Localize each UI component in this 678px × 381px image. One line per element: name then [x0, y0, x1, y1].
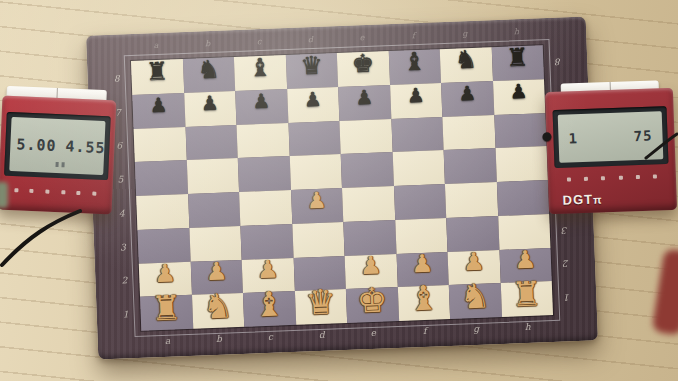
file-label-bottom-d: d [296, 329, 348, 341]
square-h2: ♟ [499, 248, 552, 284]
square-f5 [392, 150, 445, 186]
clock-left-black-time: 4.55 [65, 137, 106, 157]
square-g2: ♟ [448, 250, 501, 286]
square-g7: ♟ [441, 81, 494, 117]
board-coordinates: aabbccddeeffgghh1122334455667788 [86, 17, 586, 36]
square-g5 [444, 148, 497, 184]
file-label-top-h: h [490, 26, 542, 37]
square-a4 [136, 194, 189, 230]
square-a2: ♟ [139, 261, 192, 297]
square-g8: ♞ [440, 47, 493, 83]
square-a5 [135, 160, 188, 196]
square-h5 [495, 146, 548, 182]
rank-label-right-3: 3 [558, 225, 572, 236]
square-c5 [238, 156, 291, 192]
square-g4 [445, 182, 498, 218]
file-label-bottom-e: e [347, 327, 399, 339]
square-e8: ♚ [337, 51, 390, 87]
rank-label-left-4: 4 [115, 208, 129, 219]
red-object-right-edge [652, 248, 678, 336]
file-label-top-d: d [285, 34, 337, 45]
square-h8: ♜ [491, 45, 544, 81]
square-c8: ♝ [234, 55, 287, 91]
file-label-bottom-a: a [142, 335, 194, 347]
square-a6 [134, 126, 187, 162]
square-d4: ♟ [291, 188, 344, 224]
square-e4 [342, 186, 395, 222]
file-label-bottom-b: b [193, 333, 245, 345]
square-a1: ♜ [140, 295, 193, 331]
photo-scene: ♜♞♝♛♚♝♞♜♟♟♟♟♟♟♟♟♟♟♟♟♟♟♟♟♜♞♝♛♚♝♞♜ aabbccd… [0, 0, 678, 381]
square-b7: ♟ [184, 91, 237, 127]
square-e3 [343, 220, 396, 256]
clock-right-white-time: 1 [568, 130, 578, 146]
square-b3 [189, 226, 242, 262]
square-e2: ♟ [345, 253, 398, 289]
square-b4 [188, 192, 241, 228]
clock-lcd: 5.00 4.55 [4, 112, 111, 180]
piece-black-rook-h8: ♜ [491, 40, 544, 76]
rank-label-right-8: 8 [551, 56, 565, 67]
square-e6 [339, 119, 392, 155]
clock-lcd: 1 75 [553, 106, 669, 168]
dgt-brand-label: DGTπ [562, 191, 602, 207]
square-b8: ♞ [182, 57, 235, 93]
square-b6 [185, 125, 238, 161]
square-d6 [288, 121, 341, 157]
rank-label-right-1: 1 [560, 292, 574, 303]
piece-black-bishop-f8: ♝ [388, 44, 441, 80]
file-label-top-f: f [388, 30, 440, 41]
square-f6 [391, 117, 444, 153]
file-label-top-b: b [182, 38, 234, 49]
piece-black-knight-b8: ♞ [182, 52, 235, 88]
file-label-bottom-h: h [502, 321, 554, 333]
square-b1: ♞ [192, 293, 245, 329]
square-a7: ♟ [132, 93, 185, 129]
green-object-left-edge [0, 182, 8, 208]
rank-label-left-5: 5 [113, 174, 127, 185]
rank-label-right-2: 2 [559, 259, 573, 270]
square-d7: ♟ [287, 87, 340, 123]
square-f4 [393, 184, 446, 220]
square-c1: ♝ [243, 291, 296, 327]
piece-black-bishop-c8: ♝ [234, 50, 287, 86]
square-h7: ♟ [492, 79, 545, 115]
piece-black-queen-d8: ♛ [285, 48, 338, 84]
square-h1: ♜ [500, 281, 553, 317]
chess-board: ♜♞♝♛♚♝♞♜♟♟♟♟♟♟♟♟♟♟♟♟♟♟♟♟♜♞♝♛♚♝♞♜ aabbccd… [86, 17, 598, 360]
file-label-bottom-g: g [450, 323, 502, 335]
square-f2: ♟ [396, 251, 449, 287]
square-c6 [236, 123, 289, 159]
square-g3 [446, 216, 499, 252]
square-e5 [341, 152, 394, 188]
square-c4 [239, 190, 292, 226]
dgt-pi-logo: π [593, 193, 603, 205]
square-b5 [186, 158, 239, 194]
square-f1: ♝ [397, 285, 450, 321]
square-d1: ♛ [294, 289, 347, 325]
piece-black-knight-g8: ♞ [440, 42, 493, 78]
file-label-top-c: c [233, 36, 285, 47]
square-h6 [494, 113, 547, 149]
rank-label-left-2: 2 [117, 276, 131, 287]
dgt-clock-right: 1 75 DGTπ [545, 88, 677, 214]
square-f7: ♟ [390, 83, 443, 119]
square-e1: ♚ [346, 287, 399, 323]
square-b2: ♟ [190, 259, 243, 295]
piece-black-king-e8: ♚ [337, 46, 390, 82]
rank-label-left-8: 8 [109, 73, 123, 84]
file-label-bottom-c: c [244, 331, 296, 343]
square-f8: ♝ [388, 49, 441, 85]
square-d8: ♛ [285, 53, 338, 89]
rank-label-left-3: 3 [116, 242, 130, 253]
square-d2 [293, 255, 346, 291]
board-playing-area: ♜♞♝♛♚♝♞♜♟♟♟♟♟♟♟♟♟♟♟♟♟♟♟♟♜♞♝♛♚♝♞♜ [131, 45, 553, 331]
file-label-top-e: e [336, 32, 388, 43]
piece-black-rook-a8: ♜ [131, 54, 184, 90]
dgt-clock-left: 5.00 4.55 [0, 96, 116, 215]
file-label-top-g: g [439, 28, 491, 39]
square-d5 [289, 154, 342, 190]
file-label-bottom-f: f [399, 325, 451, 337]
square-a8: ♜ [131, 59, 184, 95]
file-label-top-a: a [130, 40, 182, 51]
square-g1: ♞ [449, 283, 502, 319]
square-e7: ♟ [338, 85, 391, 121]
square-c7: ♟ [235, 89, 288, 125]
clock-right-black-time: 75 [633, 128, 652, 145]
square-c3 [240, 224, 293, 260]
square-d3 [292, 222, 345, 258]
square-a3 [137, 228, 190, 264]
square-h4 [496, 180, 549, 216]
clock-left-white-time: 5.00 [16, 135, 57, 155]
square-c2: ♟ [242, 257, 295, 293]
rank-label-left-1: 1 [119, 309, 133, 320]
square-f3 [395, 218, 448, 254]
square-g6 [442, 115, 495, 151]
square-h3 [498, 214, 551, 250]
